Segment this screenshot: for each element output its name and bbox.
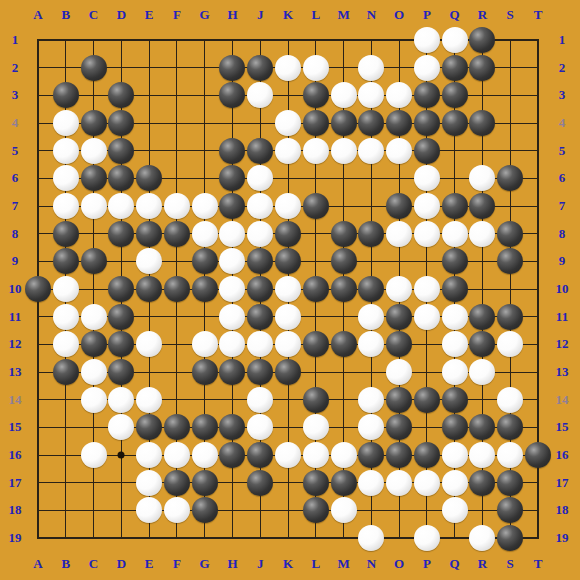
- stone-black: [192, 276, 218, 302]
- stone-black: [108, 110, 134, 136]
- stone-black: [275, 221, 301, 247]
- stone-black: [303, 497, 329, 523]
- stone-white: [386, 221, 412, 247]
- row-label-left: 4: [12, 115, 19, 131]
- stone-black: [192, 359, 218, 385]
- stone-black: [247, 248, 273, 274]
- stone-black: [303, 331, 329, 357]
- column-label-bottom: A: [33, 556, 42, 572]
- stone-black: [247, 470, 273, 496]
- stone-white: [275, 304, 301, 330]
- stone-white: [53, 331, 79, 357]
- stone-black: [247, 55, 273, 81]
- stone-white: [192, 331, 218, 357]
- stone-black: [469, 27, 495, 53]
- stone-black: [469, 304, 495, 330]
- stone-black: [192, 248, 218, 274]
- stone-black: [303, 193, 329, 219]
- stone-black: [386, 442, 412, 468]
- stone-white: [414, 165, 440, 191]
- column-label-bottom: L: [311, 556, 320, 572]
- stone-white: [192, 221, 218, 247]
- stone-white: [358, 138, 384, 164]
- stone-white: [275, 331, 301, 357]
- stone-black: [192, 470, 218, 496]
- row-label-right: 4: [559, 115, 566, 131]
- stone-white: [303, 442, 329, 468]
- stone-white: [219, 276, 245, 302]
- stone-white: [108, 193, 134, 219]
- column-label-top: Q: [450, 7, 460, 23]
- stone-black: [275, 248, 301, 274]
- stone-black: [469, 55, 495, 81]
- stone-white: [358, 331, 384, 357]
- stone-white: [497, 331, 523, 357]
- row-label-left: 2: [12, 60, 19, 76]
- stone-white: [414, 221, 440, 247]
- stone-white: [469, 165, 495, 191]
- stone-black: [497, 304, 523, 330]
- stone-black: [164, 276, 190, 302]
- row-label-right: 5: [559, 143, 566, 159]
- stone-black: [414, 138, 440, 164]
- stone-white: [414, 27, 440, 53]
- row-label-left: 16: [9, 447, 22, 463]
- stone-black: [81, 165, 107, 191]
- stone-black: [386, 193, 412, 219]
- column-label-bottom: E: [145, 556, 154, 572]
- stone-white: [81, 387, 107, 413]
- stone-white: [442, 359, 468, 385]
- stone-black: [247, 359, 273, 385]
- row-label-right: 10: [556, 281, 569, 297]
- stone-white: [219, 331, 245, 357]
- stone-black: [219, 138, 245, 164]
- stone-white: [136, 331, 162, 357]
- stone-black: [497, 221, 523, 247]
- stone-black: [442, 55, 468, 81]
- stone-white: [386, 359, 412, 385]
- stone-white: [136, 193, 162, 219]
- stone-white: [386, 82, 412, 108]
- stone-white: [219, 304, 245, 330]
- stone-black: [81, 331, 107, 357]
- stone-white: [275, 110, 301, 136]
- stone-white: [192, 193, 218, 219]
- stone-black: [164, 221, 190, 247]
- stone-white: [442, 331, 468, 357]
- stone-black: [219, 414, 245, 440]
- row-label-left: 15: [9, 419, 22, 435]
- row-label-left: 5: [12, 143, 19, 159]
- stone-black: [497, 248, 523, 274]
- column-label-top: S: [507, 7, 514, 23]
- stone-black: [386, 414, 412, 440]
- stone-black: [414, 442, 440, 468]
- column-label-top: J: [257, 7, 264, 23]
- stone-white: [108, 387, 134, 413]
- stone-black: [469, 414, 495, 440]
- column-label-bottom: T: [534, 556, 543, 572]
- column-label-top: T: [534, 7, 543, 23]
- stone-black: [414, 387, 440, 413]
- stone-black: [108, 165, 134, 191]
- stone-black: [81, 110, 107, 136]
- stone-white: [469, 221, 495, 247]
- stone-black: [53, 248, 79, 274]
- column-label-top: R: [478, 7, 487, 23]
- stone-white: [219, 221, 245, 247]
- stone-black: [303, 276, 329, 302]
- stone-black: [53, 359, 79, 385]
- row-label-right: 19: [556, 530, 569, 546]
- stone-black: [247, 276, 273, 302]
- stone-white: [247, 221, 273, 247]
- stone-black: [442, 276, 468, 302]
- column-label-top: M: [337, 7, 349, 23]
- stone-black: [247, 304, 273, 330]
- stone-white: [386, 470, 412, 496]
- stone-black: [331, 248, 357, 274]
- column-label-bottom: F: [173, 556, 181, 572]
- column-label-bottom: Q: [450, 556, 460, 572]
- stone-black: [358, 110, 384, 136]
- stone-black: [219, 82, 245, 108]
- row-label-right: 18: [556, 502, 569, 518]
- stone-black: [219, 193, 245, 219]
- stone-white: [219, 248, 245, 274]
- column-label-top: B: [61, 7, 70, 23]
- stone-black: [164, 470, 190, 496]
- stone-black: [247, 138, 273, 164]
- stone-black: [81, 55, 107, 81]
- stone-black: [442, 248, 468, 274]
- stone-black: [442, 414, 468, 440]
- column-label-bottom: B: [61, 556, 70, 572]
- stone-black: [136, 414, 162, 440]
- row-label-left: 6: [12, 170, 19, 186]
- stone-black: [497, 470, 523, 496]
- stone-white: [442, 27, 468, 53]
- stone-white: [164, 442, 190, 468]
- stone-white: [164, 193, 190, 219]
- stone-white: [136, 442, 162, 468]
- stone-black: [414, 82, 440, 108]
- stone-white: [108, 414, 134, 440]
- column-label-top: F: [173, 7, 181, 23]
- stone-white: [53, 165, 79, 191]
- column-label-top: O: [394, 7, 404, 23]
- column-label-top: K: [283, 7, 293, 23]
- row-label-right: 6: [559, 170, 566, 186]
- stone-white: [414, 470, 440, 496]
- stone-white: [275, 138, 301, 164]
- stone-white: [331, 82, 357, 108]
- stone-black: [108, 304, 134, 330]
- stone-black: [275, 359, 301, 385]
- stone-black: [386, 387, 412, 413]
- stone-white: [136, 248, 162, 274]
- stone-white: [303, 55, 329, 81]
- stone-white: [53, 110, 79, 136]
- stone-white: [414, 193, 440, 219]
- stone-black: [386, 304, 412, 330]
- stone-white: [358, 82, 384, 108]
- grid-line-horizontal: [37, 537, 539, 539]
- stone-black: [469, 470, 495, 496]
- stone-black: [497, 525, 523, 551]
- stone-white: [81, 359, 107, 385]
- stone-white: [136, 387, 162, 413]
- star-point: [118, 452, 125, 459]
- stone-white: [469, 525, 495, 551]
- stone-black: [386, 110, 412, 136]
- column-label-bottom: M: [337, 556, 349, 572]
- row-label-left: 13: [9, 364, 22, 380]
- column-label-bottom: R: [478, 556, 487, 572]
- stone-white: [192, 442, 218, 468]
- column-label-top: C: [89, 7, 98, 23]
- stone-white: [414, 55, 440, 81]
- go-board-page: AABBCCDDEEFFGGHHJJKKLLMMNNOOPPQQRRSSTT11…: [0, 0, 580, 580]
- column-label-top: G: [200, 7, 210, 23]
- stone-black: [108, 331, 134, 357]
- stone-white: [358, 414, 384, 440]
- stone-black: [442, 110, 468, 136]
- column-label-top: E: [145, 7, 154, 23]
- stone-black: [108, 276, 134, 302]
- row-label-right: 13: [556, 364, 569, 380]
- row-label-left: 14: [9, 392, 22, 408]
- column-label-bottom: C: [89, 556, 98, 572]
- row-label-left: 8: [12, 226, 19, 242]
- stone-white: [247, 165, 273, 191]
- stone-white: [275, 276, 301, 302]
- row-label-left: 1: [12, 32, 19, 48]
- row-label-left: 18: [9, 502, 22, 518]
- stone-black: [136, 221, 162, 247]
- column-label-bottom: N: [367, 556, 376, 572]
- stone-white: [331, 497, 357, 523]
- stone-black: [53, 82, 79, 108]
- stone-black: [497, 414, 523, 440]
- row-label-left: 7: [12, 198, 19, 214]
- stone-black: [497, 165, 523, 191]
- row-label-right: 7: [559, 198, 566, 214]
- stone-black: [414, 110, 440, 136]
- stone-white: [303, 414, 329, 440]
- stone-white: [386, 276, 412, 302]
- stone-black: [525, 442, 551, 468]
- stone-white: [469, 359, 495, 385]
- row-label-left: 11: [9, 309, 21, 325]
- stone-white: [358, 387, 384, 413]
- stone-white: [469, 442, 495, 468]
- stone-white: [414, 276, 440, 302]
- stone-white: [81, 193, 107, 219]
- stone-black: [136, 276, 162, 302]
- stone-black: [81, 248, 107, 274]
- stone-black: [469, 331, 495, 357]
- stone-black: [358, 442, 384, 468]
- stone-black: [108, 359, 134, 385]
- stone-black: [331, 221, 357, 247]
- row-label-left: 17: [9, 475, 22, 491]
- row-label-right: 16: [556, 447, 569, 463]
- stone-white: [81, 138, 107, 164]
- stone-white: [81, 304, 107, 330]
- row-label-right: 15: [556, 419, 569, 435]
- row-label-right: 12: [556, 336, 569, 352]
- row-label-right: 17: [556, 475, 569, 491]
- stone-white: [53, 138, 79, 164]
- stone-white: [497, 442, 523, 468]
- column-label-bottom: S: [507, 556, 514, 572]
- stone-white: [53, 193, 79, 219]
- stone-black: [108, 138, 134, 164]
- column-label-top: N: [367, 7, 376, 23]
- stone-white: [164, 497, 190, 523]
- stone-black: [303, 470, 329, 496]
- stone-black: [303, 82, 329, 108]
- row-label-right: 14: [556, 392, 569, 408]
- stone-black: [192, 414, 218, 440]
- row-label-right: 2: [559, 60, 566, 76]
- stone-black: [331, 470, 357, 496]
- stone-black: [25, 276, 51, 302]
- stone-black: [219, 359, 245, 385]
- stone-white: [414, 304, 440, 330]
- stone-black: [219, 165, 245, 191]
- stone-white: [53, 304, 79, 330]
- stone-white: [442, 470, 468, 496]
- column-label-top: A: [33, 7, 42, 23]
- stone-white: [247, 82, 273, 108]
- column-label-bottom: G: [200, 556, 210, 572]
- stone-black: [303, 387, 329, 413]
- column-label-top: D: [117, 7, 126, 23]
- stone-white: [497, 387, 523, 413]
- stone-white: [331, 442, 357, 468]
- row-label-left: 12: [9, 336, 22, 352]
- stone-black: [247, 442, 273, 468]
- stone-black: [386, 331, 412, 357]
- stone-black: [192, 497, 218, 523]
- column-label-top: L: [311, 7, 320, 23]
- stone-white: [53, 276, 79, 302]
- stone-white: [303, 138, 329, 164]
- column-label-bottom: O: [394, 556, 404, 572]
- row-label-left: 10: [9, 281, 22, 297]
- stone-white: [442, 442, 468, 468]
- stone-white: [247, 193, 273, 219]
- column-label-bottom: D: [117, 556, 126, 572]
- column-label-top: H: [227, 7, 237, 23]
- stone-black: [108, 221, 134, 247]
- row-label-left: 9: [12, 253, 19, 269]
- column-label-bottom: H: [227, 556, 237, 572]
- stone-black: [442, 387, 468, 413]
- stone-black: [442, 193, 468, 219]
- column-label-bottom: P: [423, 556, 431, 572]
- stone-white: [358, 304, 384, 330]
- stone-white: [247, 414, 273, 440]
- stone-black: [469, 110, 495, 136]
- stone-white: [414, 525, 440, 551]
- row-label-right: 11: [556, 309, 568, 325]
- stone-black: [331, 331, 357, 357]
- stone-white: [136, 470, 162, 496]
- stone-black: [303, 110, 329, 136]
- stone-white: [136, 497, 162, 523]
- row-label-right: 3: [559, 87, 566, 103]
- stone-black: [442, 82, 468, 108]
- stone-white: [247, 387, 273, 413]
- row-label-right: 1: [559, 32, 566, 48]
- stone-white: [275, 193, 301, 219]
- stone-black: [331, 110, 357, 136]
- stone-white: [275, 442, 301, 468]
- stone-white: [442, 304, 468, 330]
- stone-white: [331, 138, 357, 164]
- stone-black: [497, 497, 523, 523]
- stone-white: [275, 55, 301, 81]
- stone-white: [358, 55, 384, 81]
- stone-black: [469, 193, 495, 219]
- stone-white: [247, 331, 273, 357]
- stone-white: [442, 497, 468, 523]
- stone-black: [358, 221, 384, 247]
- stone-black: [164, 414, 190, 440]
- row-label-right: 9: [559, 253, 566, 269]
- column-label-bottom: J: [257, 556, 264, 572]
- row-label-right: 8: [559, 226, 566, 242]
- column-label-bottom: K: [283, 556, 293, 572]
- row-label-left: 19: [9, 530, 22, 546]
- stone-black: [331, 276, 357, 302]
- stone-black: [108, 82, 134, 108]
- stone-white: [81, 442, 107, 468]
- row-label-left: 3: [12, 87, 19, 103]
- stone-white: [386, 138, 412, 164]
- stone-white: [358, 470, 384, 496]
- stone-black: [136, 165, 162, 191]
- stone-white: [358, 525, 384, 551]
- stone-white: [442, 221, 468, 247]
- column-label-top: P: [423, 7, 431, 23]
- stone-black: [358, 276, 384, 302]
- stone-black: [219, 442, 245, 468]
- stone-black: [219, 55, 245, 81]
- stone-black: [53, 221, 79, 247]
